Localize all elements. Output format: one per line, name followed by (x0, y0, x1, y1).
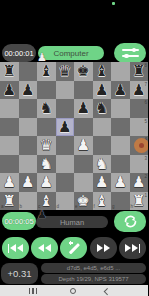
white-knight: ♞ (95, 155, 108, 173)
square-e5[interactable] (74, 118, 93, 137)
human-clock: 00:00:05 (2, 212, 36, 230)
square-f4[interactable] (93, 136, 112, 155)
square-g8[interactable] (111, 62, 130, 81)
white-knight: ♞ (40, 155, 53, 173)
square-e6[interactable]: ♟ (74, 99, 93, 118)
square-b6[interactable] (19, 99, 38, 118)
square-f1[interactable]: ♝f (93, 192, 112, 211)
square-h7[interactable]: ♟7 (130, 81, 149, 100)
settings-button[interactable] (114, 43, 146, 63)
new-game-button[interactable] (114, 211, 146, 232)
square-c6[interactable]: ♞ (37, 99, 56, 118)
black-rook: ♜ (132, 62, 145, 80)
white-pawn: ♟ (40, 173, 53, 191)
white-pawn: ♟ (21, 173, 34, 191)
chess-board[interactable]: ♜♝♛♚♝♜8♟♟♟♟♟7♞♟♞6♟5♛♟4♞♞3♟♟♟♟♟♟2♜ab♝cd♚e… (0, 62, 148, 210)
square-h6[interactable]: 6 (130, 99, 149, 118)
white-bishop: ♝ (95, 192, 108, 210)
white-pawn: ♟ (114, 173, 127, 191)
move-marker-h4 (134, 138, 148, 153)
file-label: d (57, 204, 60, 209)
white-rook: ♜ (132, 192, 145, 210)
recents-icon[interactable] (29, 288, 37, 294)
magic-wand-icon (66, 240, 82, 256)
step-forward-button[interactable] (90, 237, 117, 259)
evaluation-score: +0.31 (1, 263, 38, 284)
rank-label: 8 (144, 63, 147, 68)
white-king: ♚ (77, 192, 90, 210)
square-a7[interactable]: ♟ (0, 81, 19, 100)
status-bar (0, 0, 148, 10)
white-queen: ♛ (40, 136, 53, 154)
black-knight: ♞ (40, 99, 53, 117)
black-rook: ♜ (3, 62, 16, 80)
square-c8[interactable]: ♝ (37, 62, 56, 81)
rank-label: 1 (144, 193, 147, 198)
square-f3[interactable]: ♞ (93, 155, 112, 174)
square-h3[interactable]: 3 (130, 155, 149, 174)
square-b1[interactable]: b (19, 192, 38, 211)
square-e3[interactable] (74, 155, 93, 174)
file-label: h (131, 204, 134, 209)
black-pawn: ♟ (3, 81, 16, 99)
black-pawn: ♟ (114, 81, 127, 99)
square-b5[interactable] (19, 118, 38, 137)
rewind-icon (38, 244, 44, 252)
square-d7[interactable] (56, 81, 75, 100)
square-f8[interactable]: ♝ (93, 62, 112, 81)
square-b3[interactable] (19, 155, 38, 174)
square-g4[interactable] (111, 136, 130, 155)
square-d2[interactable] (56, 173, 75, 192)
black-pawn: ♟ (77, 99, 90, 117)
square-g2[interactable]: ♟ (111, 173, 130, 192)
black-queen: ♛ (58, 62, 71, 80)
square-b2[interactable]: ♟ (19, 173, 38, 192)
square-e4[interactable]: ♟ (74, 136, 93, 155)
rank-label: 6 (144, 100, 147, 105)
skip-end-icon (125, 244, 131, 252)
hint-button[interactable] (60, 237, 87, 259)
rank-label: 3 (144, 156, 147, 161)
square-a4[interactable] (0, 136, 19, 155)
square-d8[interactable]: ♛ (56, 62, 75, 81)
square-c2[interactable]: ♟ (37, 173, 56, 192)
square-g1[interactable]: g (111, 192, 130, 211)
square-h5[interactable]: 5 (130, 118, 149, 137)
square-h1[interactable]: ♜h1 (130, 192, 149, 211)
black-bishop: ♝ (95, 62, 108, 80)
square-g6[interactable] (111, 99, 130, 118)
home-icon[interactable] (70, 288, 76, 294)
file-label: g (112, 204, 115, 209)
forward-icon (97, 244, 103, 252)
media-controls (0, 237, 148, 259)
captured-white-pawn-icon: ♟ (37, 52, 47, 63)
square-d1[interactable]: d (56, 192, 75, 211)
square-a5[interactable] (0, 118, 19, 137)
black-pawn: ♟ (58, 118, 71, 136)
engine-depth-nps: Depth 19/29, NPS 319577 (41, 274, 146, 284)
file-label: b (20, 204, 23, 209)
square-e1[interactable]: ♚e (74, 192, 93, 211)
square-c3[interactable]: ♞ (37, 155, 56, 174)
square-b4[interactable] (19, 136, 38, 155)
square-a3[interactable] (0, 155, 19, 174)
square-a6[interactable] (0, 99, 19, 118)
square-e7[interactable] (74, 81, 93, 100)
skip-start-icon (8, 244, 10, 253)
black-king: ♚ (77, 62, 90, 80)
back-icon[interactable] (104, 288, 110, 294)
black-bishop: ♝ (40, 62, 53, 80)
file-label: e (75, 204, 78, 209)
notification-dot-icon (112, 2, 115, 5)
square-c4[interactable]: ♛ (37, 136, 56, 155)
square-h2[interactable]: ♟2 (130, 173, 149, 192)
rank-label: 2 (144, 174, 147, 179)
square-d3[interactable] (56, 155, 75, 174)
square-f2[interactable]: ♟ (93, 173, 112, 192)
white-rook: ♜ (3, 192, 16, 210)
white-pawn: ♟ (3, 173, 16, 191)
square-b7[interactable]: ♟ (19, 81, 38, 100)
square-f6[interactable]: ♞ (93, 99, 112, 118)
white-pawn: ♟ (95, 173, 108, 191)
square-a1[interactable]: ♜a (0, 192, 19, 211)
square-a8[interactable]: ♜ (0, 62, 19, 81)
engine-pv-line: d7d5, e4d5, e6d5 ... (41, 263, 146, 273)
rank-label: 5 (144, 119, 147, 124)
computer-player-button[interactable]: Computer (38, 46, 104, 60)
square-c7[interactable] (37, 81, 56, 100)
file-label: f (94, 204, 95, 209)
square-d4[interactable] (56, 136, 75, 155)
square-b8[interactable] (19, 62, 38, 81)
refresh-icon (123, 214, 138, 229)
square-g7[interactable]: ♟ (111, 81, 130, 100)
black-pawn: ♟ (95, 81, 108, 99)
black-knight: ♞ (95, 99, 108, 117)
square-g5[interactable] (111, 118, 130, 137)
step-back-button[interactable] (31, 237, 58, 259)
white-pawn: ♟ (132, 173, 145, 191)
square-d5[interactable]: ♟ (56, 118, 75, 137)
square-e2[interactable] (74, 173, 93, 192)
computer-clock: 00:00:01 (2, 44, 36, 62)
android-nav-bar (0, 285, 148, 296)
tune-sliders-icon (122, 46, 139, 60)
square-c5[interactable] (37, 118, 56, 137)
square-f7[interactable]: ♟ (93, 81, 112, 100)
square-a2[interactable]: ♟ (0, 173, 19, 192)
square-g3[interactable] (111, 155, 130, 174)
black-pawn: ♟ (21, 81, 34, 99)
white-pawn: ♟ (77, 136, 90, 154)
phone-screen: 00:00:01 ♟ Computer ♜♝♛♚♝♜8♟♟♟♟♟7♞♟♞6♟5♛… (0, 0, 148, 296)
black-pawn: ♟ (132, 81, 145, 99)
square-f5[interactable] (93, 118, 112, 137)
square-h8[interactable]: ♜8 (130, 62, 149, 81)
rank-label: 7 (144, 82, 147, 87)
square-d6[interactable] (56, 99, 75, 118)
skip-to-end-button[interactable] (119, 237, 146, 259)
file-label: a (1, 204, 4, 209)
captured-black-pawn-icon: ♟ (37, 209, 47, 220)
skip-to-start-button[interactable] (2, 237, 29, 259)
square-e8[interactable]: ♚ (74, 62, 93, 81)
